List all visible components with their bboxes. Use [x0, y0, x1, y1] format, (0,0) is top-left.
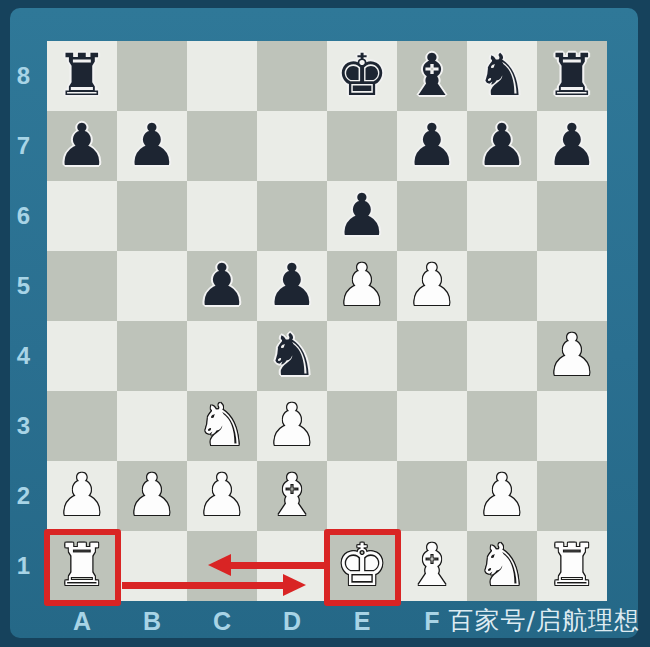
square-g6[interactable]	[467, 181, 537, 251]
square-d8[interactable]	[257, 41, 327, 111]
square-b8[interactable]	[117, 41, 187, 111]
square-e7[interactable]	[327, 111, 397, 181]
white-pawn[interactable]: ♟	[187, 461, 257, 531]
white-pawn[interactable]: ♟	[327, 251, 397, 321]
square-d6[interactable]	[257, 181, 327, 251]
square-h8[interactable]: ♜	[537, 41, 607, 111]
black-rook[interactable]: ♜	[537, 41, 607, 111]
white-pawn[interactable]: ♟	[467, 461, 537, 531]
square-f6[interactable]	[397, 181, 467, 251]
arrow-shaft-a1-d1	[122, 582, 286, 589]
square-g1[interactable]: ♞	[467, 531, 537, 601]
black-pawn[interactable]: ♟	[47, 111, 117, 181]
square-d7[interactable]	[257, 111, 327, 181]
black-rook[interactable]: ♜	[47, 41, 117, 111]
square-b1[interactable]	[117, 531, 187, 601]
square-c7[interactable]	[187, 111, 257, 181]
arrow-shaft-e1-c1	[228, 562, 327, 569]
white-pawn[interactable]: ♟	[257, 391, 327, 461]
square-a6[interactable]	[47, 181, 117, 251]
file-label-c: C	[187, 604, 257, 638]
square-h1[interactable]: ♜	[537, 531, 607, 601]
watermark: 百家号/启航理想	[449, 606, 640, 636]
square-b2[interactable]: ♟	[117, 461, 187, 531]
file-label-d: D	[257, 604, 327, 638]
square-g4[interactable]	[467, 321, 537, 391]
white-rook[interactable]: ♜	[537, 531, 607, 601]
black-pawn[interactable]: ♟	[187, 251, 257, 321]
rank-label-7: 7	[0, 111, 47, 181]
square-f7[interactable]: ♟	[397, 111, 467, 181]
square-a4[interactable]	[47, 321, 117, 391]
square-h5[interactable]	[537, 251, 607, 321]
square-g7[interactable]: ♟	[467, 111, 537, 181]
white-knight[interactable]: ♞	[187, 391, 257, 461]
square-a5[interactable]	[47, 251, 117, 321]
square-h4[interactable]: ♟	[537, 321, 607, 391]
white-pawn[interactable]: ♟	[537, 321, 607, 391]
file-label-e: E	[327, 604, 397, 638]
black-pawn[interactable]: ♟	[327, 181, 397, 251]
board[interactable]: ♜♚♝♞♜♟♟♟♟♟♟♟♟♟♟♞♟♞♟♟♟♟♝♟♜♚♝♞♜	[47, 41, 607, 601]
square-b3[interactable]	[117, 391, 187, 461]
square-a3[interactable]	[47, 391, 117, 461]
square-h7[interactable]: ♟	[537, 111, 607, 181]
square-c3[interactable]: ♞	[187, 391, 257, 461]
black-pawn[interactable]: ♟	[467, 111, 537, 181]
highlight-box-a1	[44, 529, 121, 606]
rank-label-5: 5	[0, 251, 47, 321]
square-e3[interactable]	[327, 391, 397, 461]
screenshot-frame: ♜♚♝♞♜♟♟♟♟♟♟♟♟♟♟♞♟♞♟♟♟♟♝♟♜♚♝♞♜ 87654321AB…	[0, 0, 650, 647]
square-b7[interactable]: ♟	[117, 111, 187, 181]
square-g3[interactable]	[467, 391, 537, 461]
square-f1[interactable]: ♝	[397, 531, 467, 601]
square-f8[interactable]: ♝	[397, 41, 467, 111]
black-bishop[interactable]: ♝	[397, 41, 467, 111]
square-f4[interactable]	[397, 321, 467, 391]
square-f5[interactable]: ♟	[397, 251, 467, 321]
square-c6[interactable]	[187, 181, 257, 251]
rank-label-1: 1	[0, 531, 47, 601]
highlight-box-e1	[324, 529, 401, 606]
black-pawn[interactable]: ♟	[397, 111, 467, 181]
white-knight[interactable]: ♞	[467, 531, 537, 601]
square-a2[interactable]: ♟	[47, 461, 117, 531]
rank-label-8: 8	[0, 41, 47, 111]
rank-label-2: 2	[0, 461, 47, 531]
square-d2[interactable]: ♝	[257, 461, 327, 531]
black-pawn[interactable]: ♟	[537, 111, 607, 181]
arrow-head-a1-d1	[283, 574, 306, 596]
square-d4[interactable]: ♞	[257, 321, 327, 391]
square-e5[interactable]: ♟	[327, 251, 397, 321]
square-d5[interactable]: ♟	[257, 251, 327, 321]
arrow-head-e1-c1	[208, 554, 231, 576]
square-e6[interactable]: ♟	[327, 181, 397, 251]
black-pawn[interactable]: ♟	[117, 111, 187, 181]
square-e2[interactable]	[327, 461, 397, 531]
square-c5[interactable]: ♟	[187, 251, 257, 321]
white-bishop[interactable]: ♝	[257, 461, 327, 531]
file-label-a: A	[47, 604, 117, 638]
square-c2[interactable]: ♟	[187, 461, 257, 531]
square-h2[interactable]	[537, 461, 607, 531]
square-h3[interactable]	[537, 391, 607, 461]
square-f2[interactable]	[397, 461, 467, 531]
rank-label-6: 6	[0, 181, 47, 251]
file-label-b: B	[117, 604, 187, 638]
rank-label-4: 4	[0, 321, 47, 391]
white-pawn[interactable]: ♟	[397, 251, 467, 321]
square-e8[interactable]: ♚	[327, 41, 397, 111]
square-c8[interactable]	[187, 41, 257, 111]
square-g2[interactable]: ♟	[467, 461, 537, 531]
square-b4[interactable]	[117, 321, 187, 391]
square-b5[interactable]	[117, 251, 187, 321]
square-h6[interactable]	[537, 181, 607, 251]
white-pawn[interactable]: ♟	[47, 461, 117, 531]
square-f3[interactable]	[397, 391, 467, 461]
white-bishop[interactable]: ♝	[397, 531, 467, 601]
square-c4[interactable]	[187, 321, 257, 391]
square-b6[interactable]	[117, 181, 187, 251]
black-knight[interactable]: ♞	[257, 321, 327, 391]
square-e4[interactable]	[327, 321, 397, 391]
square-a8[interactable]: ♜	[47, 41, 117, 111]
black-pawn[interactable]: ♟	[257, 251, 327, 321]
white-pawn[interactable]: ♟	[117, 461, 187, 531]
square-g8[interactable]: ♞	[467, 41, 537, 111]
black-knight[interactable]: ♞	[467, 41, 537, 111]
black-king[interactable]: ♚	[327, 41, 397, 111]
square-a7[interactable]: ♟	[47, 111, 117, 181]
rank-label-3: 3	[0, 391, 47, 461]
square-d3[interactable]: ♟	[257, 391, 327, 461]
square-g5[interactable]	[467, 251, 537, 321]
